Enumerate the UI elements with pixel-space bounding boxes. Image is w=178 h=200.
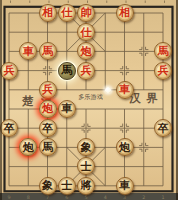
piece-red-chariot[interactable]: 車: [19, 42, 37, 60]
piece-red-elephant[interactable]: 相: [39, 4, 57, 22]
piece-black-elephant[interactable]: 象: [77, 138, 95, 156]
piece-black-advisor[interactable]: 士: [77, 157, 95, 175]
piece-black-soldier[interactable]: 卒: [154, 119, 172, 137]
piece-black-soldier[interactable]: 卒: [0, 119, 18, 137]
piece-black-horse[interactable]: 馬: [58, 62, 76, 80]
piece-red-horse[interactable]: 馬: [39, 42, 57, 60]
piece-black-soldier[interactable]: 卒: [39, 119, 57, 137]
piece-red-soldier[interactable]: 兵: [0, 62, 18, 80]
piece-red-general[interactable]: 帥: [77, 4, 95, 22]
piece-red-advisor[interactable]: 仕: [58, 4, 76, 22]
move-hint-dot[interactable]: [105, 87, 111, 93]
piece-black-elephant[interactable]: 象: [39, 177, 57, 195]
piece-black-cannon[interactable]: 炮: [19, 138, 37, 156]
piece-red-cannon[interactable]: 炮: [77, 42, 95, 60]
piece-black-chariot[interactable]: 車: [116, 177, 134, 195]
xiangqi-board: 楚河汉界多乐游戏987654321 相仕帥相仕車馬炮馬兵馬兵兵兵車炮車卒卒卒炮馬…: [0, 0, 178, 200]
screen-edge-left: [0, 0, 2, 200]
piece-red-cannon[interactable]: 炮: [39, 100, 57, 118]
piece-red-soldier[interactable]: 兵: [77, 62, 95, 80]
piece-red-soldier[interactable]: 兵: [154, 62, 172, 80]
piece-black-chariot[interactable]: 車: [58, 100, 76, 118]
piece-black-general[interactable]: 將: [77, 177, 95, 195]
piece-red-soldier[interactable]: 兵: [39, 81, 57, 99]
screen-edge-right: [176, 0, 178, 200]
piece-red-horse[interactable]: 馬: [154, 42, 172, 60]
piece-red-advisor[interactable]: 仕: [77, 23, 95, 41]
piece-black-horse[interactable]: 馬: [39, 138, 57, 156]
piece-grid[interactable]: 相仕帥相仕車馬炮馬兵馬兵兵兵車炮車卒卒卒炮馬象炮士象士將車: [0, 3, 173, 195]
piece-black-advisor[interactable]: 士: [58, 177, 76, 195]
piece-red-elephant[interactable]: 相: [116, 4, 134, 22]
piece-red-chariot[interactable]: 車: [116, 81, 134, 99]
piece-black-cannon[interactable]: 炮: [116, 138, 134, 156]
